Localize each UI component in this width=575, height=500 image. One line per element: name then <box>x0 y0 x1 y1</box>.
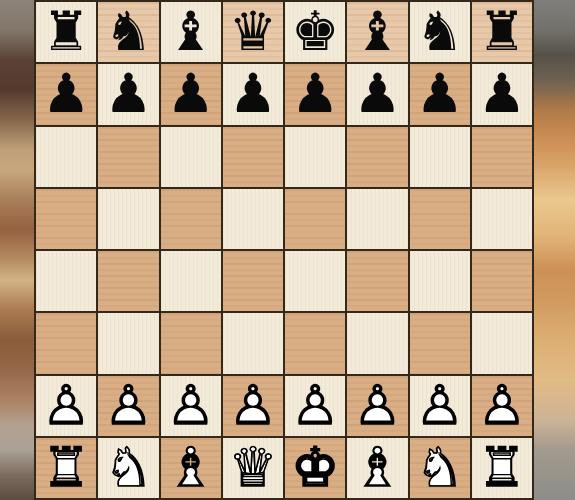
square-a4[interactable] <box>36 251 96 311</box>
piece-outline-glyph: ♗ <box>347 438 407 498</box>
piece-outline-glyph: ♘ <box>410 438 470 498</box>
square-f7[interactable]: ♟ <box>347 64 407 124</box>
square-f3[interactable] <box>347 313 407 373</box>
square-h2[interactable]: ♟♙ <box>472 376 532 436</box>
square-f6[interactable] <box>347 127 407 187</box>
square-h1[interactable]: ♜♖ <box>472 438 532 498</box>
piece-outline-glyph: ♙ <box>472 376 532 436</box>
square-b7[interactable]: ♟ <box>98 64 158 124</box>
square-e1[interactable]: ♚♔ <box>285 438 345 498</box>
square-d1[interactable]: ♛♕ <box>223 438 283 498</box>
square-c5[interactable] <box>161 189 221 249</box>
square-b3[interactable] <box>98 313 158 373</box>
square-c3[interactable] <box>161 313 221 373</box>
piece-white-knight[interactable]: ♞♘ <box>410 438 470 498</box>
square-a5[interactable] <box>36 189 96 249</box>
square-a8[interactable]: ♜ <box>36 2 96 62</box>
piece-white-pawn[interactable]: ♟♙ <box>223 376 283 436</box>
piece-white-rook[interactable]: ♜♖ <box>36 438 96 498</box>
piece-glyph: ♟ <box>161 64 221 124</box>
square-d5[interactable] <box>223 189 283 249</box>
piece-outline-glyph: ♙ <box>223 376 283 436</box>
piece-glyph: ♟ <box>285 64 345 124</box>
square-a7[interactable]: ♟ <box>36 64 96 124</box>
piece-glyph: ♟ <box>472 64 532 124</box>
piece-glyph: ♟ <box>98 64 158 124</box>
square-a6[interactable] <box>36 127 96 187</box>
piece-glyph: ♞ <box>98 2 158 62</box>
square-b5[interactable] <box>98 189 158 249</box>
background-left-strip <box>0 0 34 500</box>
square-c4[interactable] <box>161 251 221 311</box>
square-c1[interactable]: ♝♗ <box>161 438 221 498</box>
square-c2[interactable]: ♟♙ <box>161 376 221 436</box>
square-c6[interactable] <box>161 127 221 187</box>
piece-outline-glyph: ♘ <box>98 438 158 498</box>
piece-white-bishop[interactable]: ♝♗ <box>347 438 407 498</box>
piece-outline-glyph: ♙ <box>36 376 96 436</box>
background-right-strip <box>534 0 575 500</box>
piece-black-knight[interactable]: ♞ <box>98 2 158 62</box>
square-e7[interactable]: ♟ <box>285 64 345 124</box>
piece-glyph: ♝ <box>161 2 221 62</box>
piece-black-rook[interactable]: ♜ <box>472 2 532 62</box>
piece-white-pawn[interactable]: ♟♙ <box>285 376 345 436</box>
square-f1[interactable]: ♝♗ <box>347 438 407 498</box>
piece-black-pawn[interactable]: ♟ <box>98 64 158 124</box>
piece-glyph: ♟ <box>410 64 470 124</box>
square-d7[interactable]: ♟ <box>223 64 283 124</box>
piece-black-knight[interactable]: ♞ <box>410 2 470 62</box>
square-e6[interactable] <box>285 127 345 187</box>
square-d4[interactable] <box>223 251 283 311</box>
square-a3[interactable] <box>36 313 96 373</box>
square-e8[interactable]: ♚ <box>285 2 345 62</box>
piece-glyph: ♟ <box>36 64 96 124</box>
square-f4[interactable] <box>347 251 407 311</box>
piece-black-rook[interactable]: ♜ <box>36 2 96 62</box>
piece-white-pawn[interactable]: ♟♙ <box>98 376 158 436</box>
square-c7[interactable]: ♟ <box>161 64 221 124</box>
piece-black-pawn[interactable]: ♟ <box>472 64 532 124</box>
piece-glyph: ♟ <box>347 64 407 124</box>
square-h3[interactable] <box>472 313 532 373</box>
square-d6[interactable] <box>223 127 283 187</box>
piece-black-king[interactable]: ♚ <box>285 2 345 62</box>
piece-outline-glyph: ♔ <box>285 438 345 498</box>
square-c8[interactable]: ♝ <box>161 2 221 62</box>
piece-black-pawn[interactable]: ♟ <box>347 64 407 124</box>
square-d8[interactable]: ♛ <box>223 2 283 62</box>
square-g5[interactable] <box>410 189 470 249</box>
piece-outline-glyph: ♙ <box>98 376 158 436</box>
square-b8[interactable]: ♞ <box>98 2 158 62</box>
piece-white-pawn[interactable]: ♟♙ <box>410 376 470 436</box>
square-e3[interactable] <box>285 313 345 373</box>
piece-white-rook[interactable]: ♜♖ <box>472 438 532 498</box>
piece-white-pawn[interactable]: ♟♙ <box>347 376 407 436</box>
square-a2[interactable]: ♟♙ <box>36 376 96 436</box>
chess-board: ♜♞♝♛♚♝♞♜♟♟♟♟♟♟♟♟♟♙♟♙♟♙♟♙♟♙♟♙♟♙♟♙♜♖♞♘♝♗♛♕… <box>34 0 534 500</box>
screenshot-root: ♜♞♝♛♚♝♞♜♟♟♟♟♟♟♟♟♟♙♟♙♟♙♟♙♟♙♟♙♟♙♟♙♜♖♞♘♝♗♛♕… <box>0 0 575 500</box>
piece-outline-glyph: ♖ <box>472 438 532 498</box>
square-g8[interactable]: ♞ <box>410 2 470 62</box>
piece-white-bishop[interactable]: ♝♗ <box>161 438 221 498</box>
piece-glyph: ♞ <box>410 2 470 62</box>
piece-black-pawn[interactable]: ♟ <box>285 64 345 124</box>
piece-black-queen[interactable]: ♛ <box>223 2 283 62</box>
piece-outline-glyph: ♙ <box>410 376 470 436</box>
piece-black-pawn[interactable]: ♟ <box>36 64 96 124</box>
piece-outline-glyph: ♙ <box>285 376 345 436</box>
piece-glyph: ♚ <box>285 2 345 62</box>
piece-outline-glyph: ♕ <box>223 438 283 498</box>
square-g4[interactable] <box>410 251 470 311</box>
piece-glyph: ♛ <box>223 2 283 62</box>
square-h7[interactable]: ♟ <box>472 64 532 124</box>
piece-black-pawn[interactable]: ♟ <box>161 64 221 124</box>
piece-white-pawn[interactable]: ♟♙ <box>36 376 96 436</box>
square-b2[interactable]: ♟♙ <box>98 376 158 436</box>
piece-black-pawn[interactable]: ♟ <box>410 64 470 124</box>
piece-glyph: ♟ <box>223 64 283 124</box>
piece-white-knight[interactable]: ♞♘ <box>98 438 158 498</box>
square-b1[interactable]: ♞♘ <box>98 438 158 498</box>
square-h4[interactable] <box>472 251 532 311</box>
square-d3[interactable] <box>223 313 283 373</box>
square-h5[interactable] <box>472 189 532 249</box>
piece-outline-glyph: ♙ <box>161 376 221 436</box>
piece-white-pawn[interactable]: ♟♙ <box>472 376 532 436</box>
piece-outline-glyph: ♙ <box>347 376 407 436</box>
square-g7[interactable]: ♟ <box>410 64 470 124</box>
piece-white-queen[interactable]: ♛♕ <box>223 438 283 498</box>
square-e5[interactable] <box>285 189 345 249</box>
square-b6[interactable] <box>98 127 158 187</box>
piece-glyph: ♜ <box>472 2 532 62</box>
piece-white-king[interactable]: ♚♔ <box>285 438 345 498</box>
square-g6[interactable] <box>410 127 470 187</box>
piece-white-pawn[interactable]: ♟♙ <box>161 376 221 436</box>
piece-black-bishop[interactable]: ♝ <box>161 2 221 62</box>
piece-black-bishop[interactable]: ♝ <box>347 2 407 62</box>
piece-glyph: ♝ <box>347 2 407 62</box>
square-e4[interactable] <box>285 251 345 311</box>
square-e2[interactable]: ♟♙ <box>285 376 345 436</box>
square-d2[interactable]: ♟♙ <box>223 376 283 436</box>
square-g1[interactable]: ♞♘ <box>410 438 470 498</box>
square-h8[interactable]: ♜ <box>472 2 532 62</box>
square-g2[interactable]: ♟♙ <box>410 376 470 436</box>
square-h6[interactable] <box>472 127 532 187</box>
piece-black-pawn[interactable]: ♟ <box>223 64 283 124</box>
square-b4[interactable] <box>98 251 158 311</box>
square-g3[interactable] <box>410 313 470 373</box>
square-f5[interactable] <box>347 189 407 249</box>
piece-outline-glyph: ♖ <box>36 438 96 498</box>
piece-glyph: ♜ <box>36 2 96 62</box>
square-f8[interactable]: ♝ <box>347 2 407 62</box>
square-a1[interactable]: ♜♖ <box>36 438 96 498</box>
piece-outline-glyph: ♗ <box>161 438 221 498</box>
square-f2[interactable]: ♟♙ <box>347 376 407 436</box>
